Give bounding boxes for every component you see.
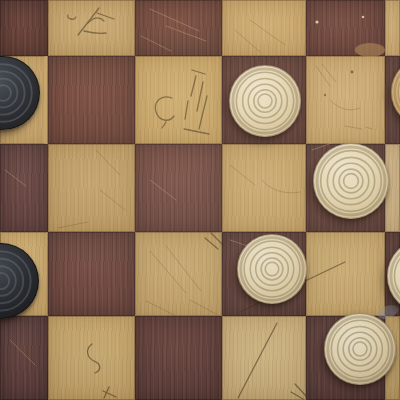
square-r0c4-dark[interactable] (306, 0, 385, 56)
white-piece-rings (388, 240, 400, 312)
square-r0c1-light[interactable] (48, 0, 135, 56)
white-piece-rings (314, 144, 388, 218)
white-piece-rings (230, 66, 300, 136)
square-r3c2-light[interactable] (135, 232, 222, 316)
white-checker-white-4[interactable] (237, 234, 307, 304)
square-r0c3-light[interactable] (222, 0, 306, 56)
square-r1c2-light[interactable] (135, 56, 222, 144)
square-r4c2-dark[interactable] (135, 316, 222, 400)
white-checker-white-5[interactable] (387, 239, 400, 313)
square-r3c1-dark[interactable] (48, 232, 135, 316)
white-piece-rings (392, 58, 400, 126)
square-r4c0-dark[interactable] (0, 316, 48, 400)
square-r2c1-light[interactable] (48, 144, 135, 232)
square-r4c1-light[interactable] (48, 316, 135, 400)
white-piece-rings (238, 235, 306, 303)
black-piece-rings (0, 244, 38, 318)
square-r2c0-dark[interactable] (0, 144, 48, 232)
square-r4c3-light[interactable] (222, 316, 306, 400)
square-r2c2-dark[interactable] (135, 144, 222, 232)
white-checker-white-3[interactable] (313, 143, 389, 219)
white-checker-white-1[interactable] (229, 65, 301, 137)
white-piece-rings (325, 314, 395, 384)
black-checker-black-1[interactable] (0, 56, 40, 130)
square-r2c3-light[interactable] (222, 144, 306, 232)
square-r0c2-dark[interactable] (135, 0, 222, 56)
square-r0c5-light[interactable] (385, 0, 400, 56)
square-r3c4-light[interactable] (306, 232, 385, 316)
checkers-board-photo (0, 0, 400, 400)
black-piece-rings (0, 57, 39, 129)
white-checker-white-6[interactable] (324, 313, 396, 385)
white-checker-white-2[interactable] (391, 57, 400, 127)
black-checker-black-2[interactable] (0, 243, 39, 319)
square-r0c0-dark[interactable] (0, 0, 48, 56)
square-r1c1-dark[interactable] (48, 56, 135, 144)
square-r1c4-light[interactable] (306, 56, 385, 144)
